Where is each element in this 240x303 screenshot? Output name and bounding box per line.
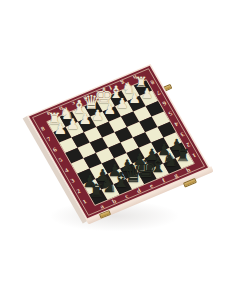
piece-white-pawn-h7: ♟ [141, 87, 153, 100]
piece-white-pawn-a7: ♟ [54, 122, 67, 137]
piece-white-pawn-d7: ♟ [91, 107, 104, 121]
piece-white-pawn-f7: ♟ [116, 97, 128, 111]
piece-white-pawn-c7: ♟ [79, 112, 92, 126]
piece-white-pawn-e7: ♟ [104, 102, 117, 116]
piece-black-rook-a1: ♜ [88, 182, 104, 200]
product-photo: aa88bb77cc66dd55ee44ff33gg22hh11 ♜♜♞♞♝♝♛… [0, 0, 240, 303]
piece-white-pawn-g7: ♟ [128, 92, 140, 106]
piece-white-pawn-b7: ♟ [66, 117, 79, 132]
